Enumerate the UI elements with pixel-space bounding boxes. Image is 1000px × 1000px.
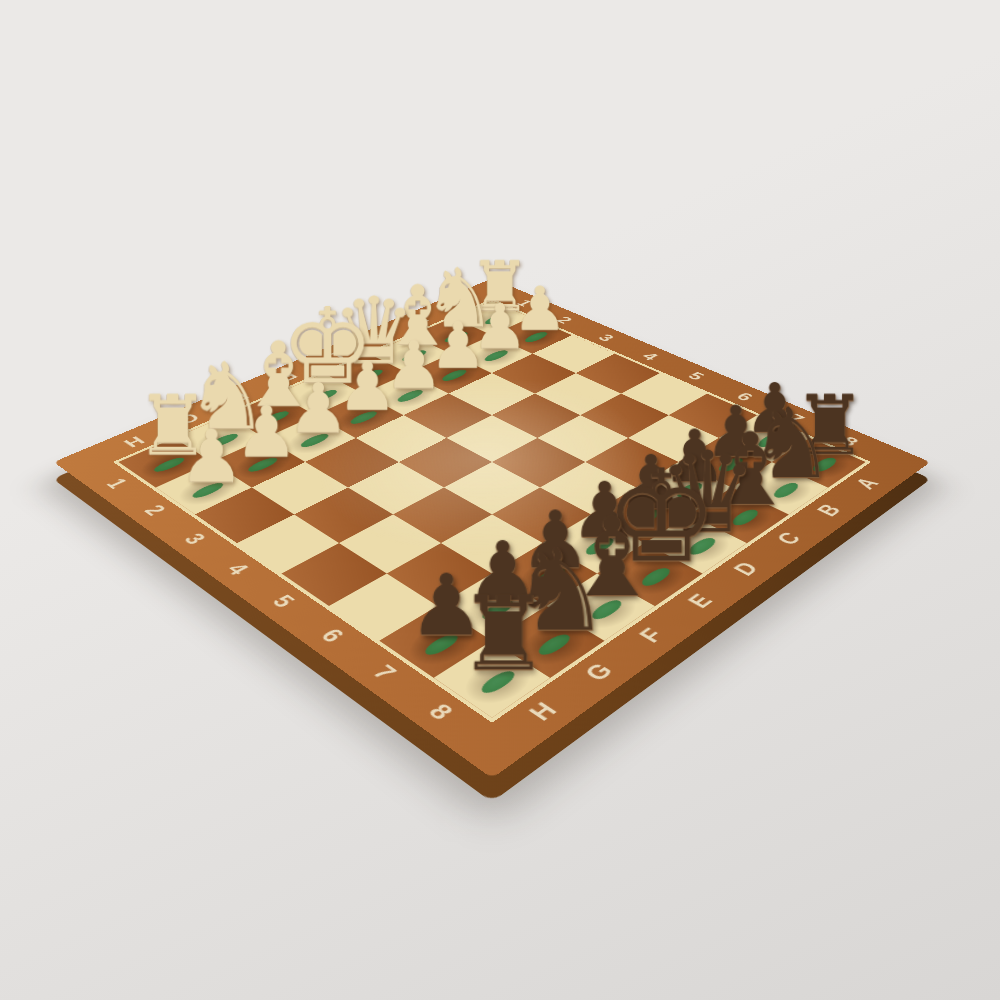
white-pawn: ♟ [235, 397, 298, 467]
playing-area: ♜♞♝♚♛♝♞♜♟♟♟♟♟♟♟♟♟♟♟♟♟♟♟♟♜♞♝♚♛♝♞♜ [113, 299, 871, 723]
white-pawn: ♟ [179, 420, 244, 492]
black-rook: ♜ [458, 583, 550, 686]
file-label-A: A [828, 462, 906, 506]
chess-board: HGFEDCBA HGFEDCBA 12345678 12345678 ♜♞♝♚… [54, 278, 931, 778]
studio-backdrop: HGFEDCBA HGFEDCBA 12345678 12345678 ♜♞♝♚… [0, 0, 1000, 1000]
